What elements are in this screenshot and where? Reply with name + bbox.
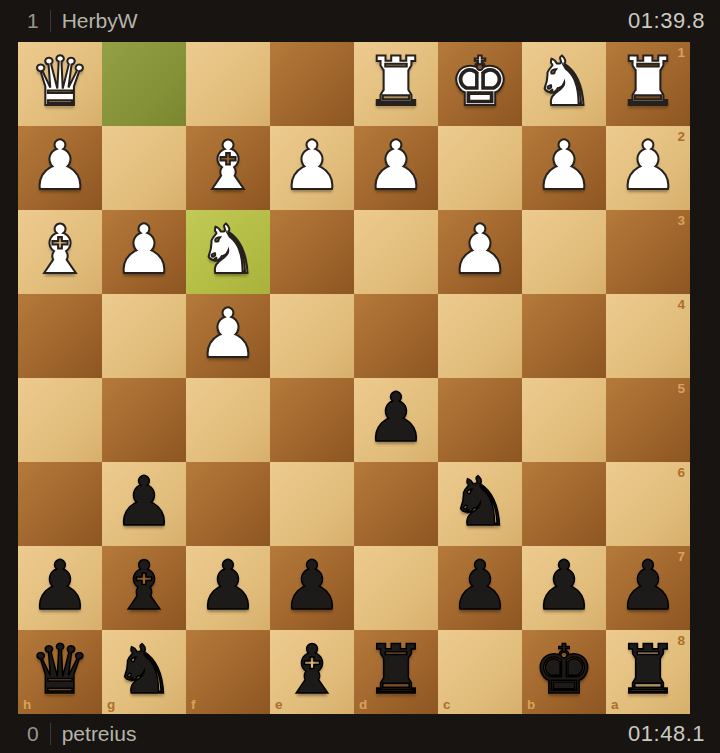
white-knight-b1[interactable]: ♞ xyxy=(534,48,595,116)
opponent-score: 1 xyxy=(27,9,39,33)
square-h6[interactable] xyxy=(18,462,102,546)
square-g4[interactable] xyxy=(102,294,186,378)
square-f8[interactable]: f xyxy=(186,630,270,714)
square-h2[interactable]: ♟ xyxy=(18,126,102,210)
square-c8[interactable]: c xyxy=(438,630,522,714)
white-rook-d1[interactable]: ♜ xyxy=(366,48,427,116)
square-f2[interactable]: ♝ xyxy=(186,126,270,210)
rank-label-1: 1 xyxy=(677,46,685,60)
square-b2[interactable]: ♟ xyxy=(522,126,606,210)
square-c4[interactable] xyxy=(438,294,522,378)
file-label-c: c xyxy=(443,698,451,712)
square-e3[interactable] xyxy=(270,210,354,294)
file-label-h: h xyxy=(23,698,31,712)
square-d6[interactable] xyxy=(354,462,438,546)
square-a1[interactable]: ♜1 xyxy=(606,42,690,126)
player-name: petreius xyxy=(62,722,137,746)
square-b5[interactable] xyxy=(522,378,606,462)
black-queen-h8[interactable]: ♛ xyxy=(30,636,91,704)
black-knight-c6[interactable]: ♞ xyxy=(450,468,511,536)
score-divider xyxy=(50,10,51,32)
square-e4[interactable] xyxy=(270,294,354,378)
square-b7[interactable]: ♟ xyxy=(522,546,606,630)
square-c2[interactable] xyxy=(438,126,522,210)
square-f5[interactable] xyxy=(186,378,270,462)
square-g2[interactable] xyxy=(102,126,186,210)
black-pawn-c7[interactable]: ♟ xyxy=(450,552,511,620)
square-g7[interactable]: ♝ xyxy=(102,546,186,630)
black-pawn-d5[interactable]: ♟ xyxy=(366,384,427,452)
square-c7[interactable]: ♟ xyxy=(438,546,522,630)
rank-label-6: 6 xyxy=(677,466,685,480)
black-pawn-g6[interactable]: ♟ xyxy=(114,468,175,536)
square-h8[interactable]: ♛h xyxy=(18,630,102,714)
opponent-clock: 01:39.8 xyxy=(628,8,705,34)
black-pawn-f7[interactable]: ♟ xyxy=(198,552,259,620)
black-pawn-b7[interactable]: ♟ xyxy=(534,552,595,620)
square-g5[interactable] xyxy=(102,378,186,462)
square-d8[interactable]: ♜d xyxy=(354,630,438,714)
square-c3[interactable]: ♟ xyxy=(438,210,522,294)
square-b6[interactable] xyxy=(522,462,606,546)
file-label-a: a xyxy=(611,698,619,712)
rank-label-4: 4 xyxy=(677,298,685,312)
square-f4[interactable]: ♟ xyxy=(186,294,270,378)
file-label-f: f xyxy=(191,698,196,712)
black-bishop-e8[interactable]: ♝ xyxy=(282,636,343,704)
black-knight-g8[interactable]: ♞ xyxy=(114,636,175,704)
square-c5[interactable] xyxy=(438,378,522,462)
square-h7[interactable]: ♟ xyxy=(18,546,102,630)
white-pawn-c3[interactable]: ♟ xyxy=(450,216,511,284)
square-e2[interactable]: ♟ xyxy=(270,126,354,210)
square-b8[interactable]: ♚b xyxy=(522,630,606,714)
square-g8[interactable]: ♞g xyxy=(102,630,186,714)
rank-label-7: 7 xyxy=(677,550,685,564)
rank-label-2: 2 xyxy=(677,130,685,144)
player-score: 0 xyxy=(27,722,39,746)
black-rook-d8[interactable]: ♜ xyxy=(366,636,427,704)
white-pawn-e2[interactable]: ♟ xyxy=(282,132,343,200)
square-d2[interactable]: ♟ xyxy=(354,126,438,210)
white-pawn-g3[interactable]: ♟ xyxy=(114,216,175,284)
square-b4[interactable] xyxy=(522,294,606,378)
square-h5[interactable] xyxy=(18,378,102,462)
square-e1[interactable] xyxy=(270,42,354,126)
white-pawn-a2[interactable]: ♟ xyxy=(618,132,679,200)
player-clock: 01:48.1 xyxy=(628,721,705,747)
opponent-name: HerbyW xyxy=(62,9,138,33)
square-d4[interactable] xyxy=(354,294,438,378)
file-label-g: g xyxy=(107,698,115,712)
square-e7[interactable]: ♟ xyxy=(270,546,354,630)
square-g6[interactable]: ♟ xyxy=(102,462,186,546)
black-king-b8[interactable]: ♚ xyxy=(534,636,595,704)
square-a5[interactable]: 5 xyxy=(606,378,690,462)
square-a7[interactable]: ♟7 xyxy=(606,546,690,630)
square-e6[interactable] xyxy=(270,462,354,546)
square-d5[interactable]: ♟ xyxy=(354,378,438,462)
black-pawn-h7[interactable]: ♟ xyxy=(30,552,91,620)
square-a2[interactable]: ♟2 xyxy=(606,126,690,210)
opponent-bar: 1 HerbyW 01:39.8 xyxy=(0,0,720,42)
black-rook-a8[interactable]: ♜ xyxy=(618,636,679,704)
square-b3[interactable] xyxy=(522,210,606,294)
white-bishop-h3[interactable]: ♝ xyxy=(30,216,91,284)
file-label-e: e xyxy=(275,698,283,712)
square-a8[interactable]: ♜8a xyxy=(606,630,690,714)
black-bishop-g7[interactable]: ♝ xyxy=(114,552,175,620)
square-h1[interactable]: ♛ xyxy=(18,42,102,126)
square-d1[interactable]: ♜ xyxy=(354,42,438,126)
square-h3[interactable]: ♝ xyxy=(18,210,102,294)
rank-label-5: 5 xyxy=(677,382,685,396)
square-g3[interactable]: ♟ xyxy=(102,210,186,294)
square-c1[interactable]: ♚ xyxy=(438,42,522,126)
square-a4[interactable]: 4 xyxy=(606,294,690,378)
square-h4[interactable] xyxy=(18,294,102,378)
square-e8[interactable]: ♝e xyxy=(270,630,354,714)
square-f7[interactable]: ♟ xyxy=(186,546,270,630)
white-rook-a1[interactable]: ♜ xyxy=(618,48,679,116)
white-knight-f3[interactable]: ♞ xyxy=(198,216,259,284)
square-e5[interactable] xyxy=(270,378,354,462)
player-bar: 0 petreius 01:48.1 xyxy=(0,714,720,753)
rank-label-3: 3 xyxy=(677,214,685,228)
white-pawn-h2[interactable]: ♟ xyxy=(30,132,91,200)
white-queen-h1[interactable]: ♛ xyxy=(30,48,91,116)
white-pawn-d2[interactable]: ♟ xyxy=(366,132,427,200)
file-label-d: d xyxy=(359,698,367,712)
square-d7[interactable] xyxy=(354,546,438,630)
square-f6[interactable] xyxy=(186,462,270,546)
square-a3[interactable]: 3 xyxy=(606,210,690,294)
square-d3[interactable] xyxy=(354,210,438,294)
white-pawn-b2[interactable]: ♟ xyxy=(534,132,595,200)
square-g1[interactable] xyxy=(102,42,186,126)
square-b1[interactable]: ♞ xyxy=(522,42,606,126)
black-pawn-a7[interactable]: ♟ xyxy=(618,552,679,620)
file-label-b: b xyxy=(527,698,535,712)
white-king-c1[interactable]: ♚ xyxy=(450,48,511,116)
rank-label-8: 8 xyxy=(677,634,685,648)
black-pawn-e7[interactable]: ♟ xyxy=(282,552,343,620)
white-pawn-f4[interactable]: ♟ xyxy=(198,300,259,368)
square-c6[interactable]: ♞ xyxy=(438,462,522,546)
white-bishop-f2[interactable]: ♝ xyxy=(198,132,259,200)
square-f3[interactable]: ♞ xyxy=(186,210,270,294)
square-a6[interactable]: 6 xyxy=(606,462,690,546)
square-f1[interactable] xyxy=(186,42,270,126)
chess-board[interactable]: ♛♜♚♞♜1♟♝♟♟♟♟2♝♟♞♟3♟4♟5♟♞6♟♝♟♟♟♟♟7♛h♞gf♝e… xyxy=(18,42,690,714)
score-divider xyxy=(50,723,51,745)
